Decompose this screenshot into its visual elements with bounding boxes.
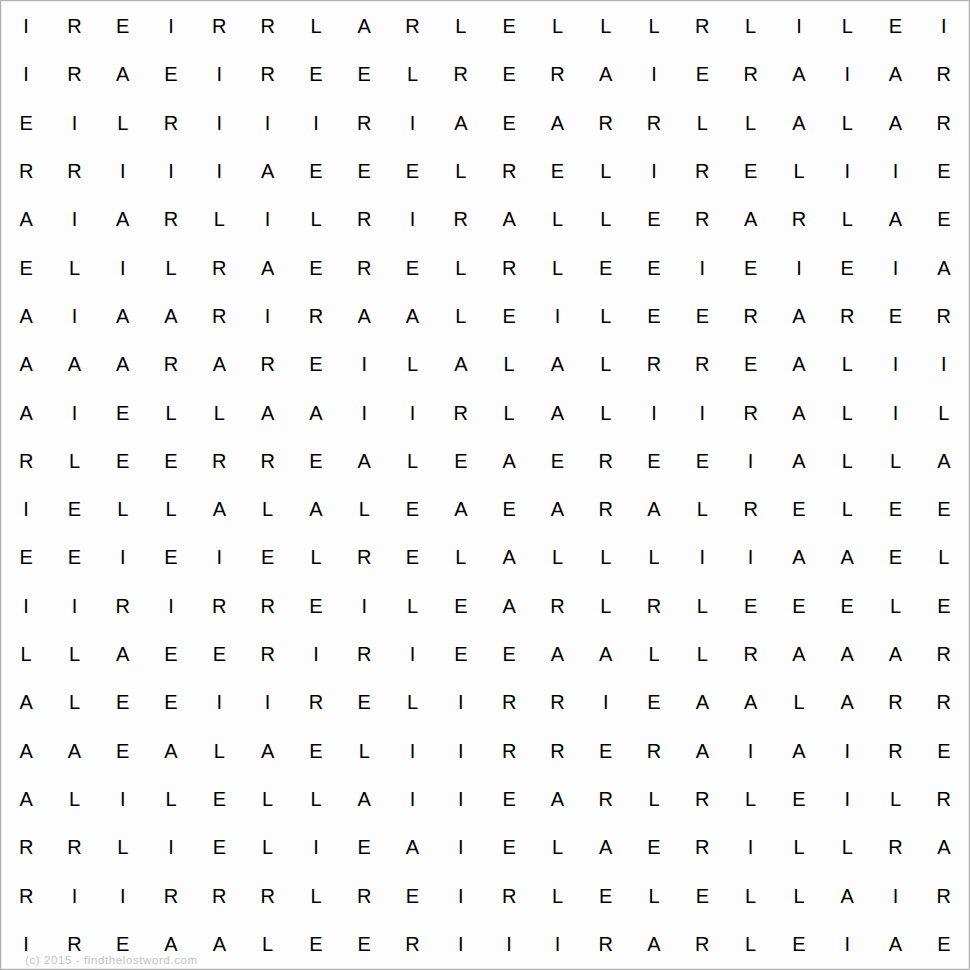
grid-cell[interactable]: I xyxy=(99,147,147,195)
grid-cell[interactable]: I xyxy=(195,147,243,195)
grid-cell[interactable]: R xyxy=(388,920,436,968)
grid-cell[interactable]: R xyxy=(726,292,774,340)
grid-cell[interactable]: E xyxy=(292,920,340,968)
grid-cell[interactable]: L xyxy=(292,775,340,823)
grid-cell[interactable]: R xyxy=(195,582,243,630)
grid-cell[interactable]: L xyxy=(678,99,726,147)
grid-cell[interactable]: R xyxy=(630,582,678,630)
grid-cell[interactable]: L xyxy=(437,2,485,50)
grid-cell[interactable]: A xyxy=(195,485,243,533)
grid-cell[interactable]: R xyxy=(437,388,485,436)
grid-cell[interactable]: I xyxy=(437,823,485,871)
grid-cell[interactable]: A xyxy=(823,871,871,919)
grid-cell[interactable]: L xyxy=(533,871,581,919)
grid-cell[interactable]: L xyxy=(823,340,871,388)
grid-cell[interactable]: L xyxy=(50,630,98,678)
grid-cell[interactable]: E xyxy=(485,50,533,98)
grid-cell[interactable]: L xyxy=(823,2,871,50)
grid-cell[interactable]: I xyxy=(2,582,50,630)
grid-cell[interactable]: R xyxy=(195,292,243,340)
grid-cell[interactable]: E xyxy=(582,726,630,774)
grid-cell[interactable]: E xyxy=(920,726,968,774)
grid-cell[interactable]: R xyxy=(437,50,485,98)
grid-cell[interactable]: E xyxy=(678,50,726,98)
grid-cell[interactable]: R xyxy=(195,871,243,919)
grid-cell[interactable]: L xyxy=(726,920,774,968)
grid-cell[interactable]: E xyxy=(388,485,436,533)
grid-cell[interactable]: E xyxy=(2,533,50,581)
grid-cell[interactable]: E xyxy=(292,582,340,630)
grid-cell[interactable]: L xyxy=(99,823,147,871)
grid-cell[interactable]: E xyxy=(775,582,823,630)
grid-cell[interactable]: A xyxy=(99,292,147,340)
grid-cell[interactable]: A xyxy=(678,726,726,774)
grid-cell[interactable]: E xyxy=(195,630,243,678)
grid-cell[interactable]: L xyxy=(871,775,919,823)
grid-cell[interactable]: I xyxy=(485,920,533,968)
grid-cell[interactable]: R xyxy=(871,726,919,774)
grid-cell[interactable]: R xyxy=(243,582,291,630)
grid-cell[interactable]: I xyxy=(775,2,823,50)
grid-cell[interactable]: E xyxy=(630,292,678,340)
grid-cell[interactable]: I xyxy=(726,726,774,774)
grid-cell[interactable]: L xyxy=(726,871,774,919)
grid-cell[interactable]: I xyxy=(678,243,726,291)
grid-cell[interactable]: R xyxy=(195,2,243,50)
grid-cell[interactable]: I xyxy=(195,99,243,147)
grid-cell[interactable]: I xyxy=(871,871,919,919)
grid-cell[interactable]: I xyxy=(2,920,50,968)
grid-cell[interactable]: A xyxy=(920,437,968,485)
grid-cell[interactable]: R xyxy=(485,871,533,919)
grid-cell[interactable]: E xyxy=(485,485,533,533)
grid-cell[interactable]: I xyxy=(726,823,774,871)
grid-cell[interactable]: L xyxy=(388,50,436,98)
grid-cell[interactable]: E xyxy=(823,582,871,630)
grid-cell[interactable]: R xyxy=(582,920,630,968)
grid-cell[interactable]: L xyxy=(630,871,678,919)
grid-cell[interactable]: E xyxy=(292,340,340,388)
grid-cell[interactable]: A xyxy=(147,292,195,340)
grid-cell[interactable]: R xyxy=(243,2,291,50)
grid-cell[interactable]: I xyxy=(147,2,195,50)
grid-cell[interactable]: E xyxy=(485,99,533,147)
grid-cell[interactable]: L xyxy=(388,582,436,630)
grid-cell[interactable]: L xyxy=(678,582,726,630)
grid-cell[interactable]: R xyxy=(243,340,291,388)
grid-cell[interactable]: E xyxy=(147,50,195,98)
grid-cell[interactable]: E xyxy=(775,920,823,968)
grid-cell[interactable]: R xyxy=(2,823,50,871)
grid-cell[interactable]: R xyxy=(340,243,388,291)
grid-cell[interactable]: I xyxy=(920,2,968,50)
grid-cell[interactable]: E xyxy=(147,437,195,485)
grid-cell[interactable]: E xyxy=(485,2,533,50)
grid-cell[interactable]: R xyxy=(726,50,774,98)
grid-cell[interactable]: I xyxy=(388,630,436,678)
grid-cell[interactable]: R xyxy=(292,678,340,726)
grid-cell[interactable]: A xyxy=(533,99,581,147)
grid-cell[interactable]: A xyxy=(147,920,195,968)
grid-cell[interactable]: R xyxy=(388,2,436,50)
grid-cell[interactable]: R xyxy=(243,630,291,678)
grid-cell[interactable]: R xyxy=(678,195,726,243)
grid-cell[interactable]: E xyxy=(726,582,774,630)
grid-cell[interactable]: L xyxy=(99,99,147,147)
grid-cell[interactable]: R xyxy=(678,823,726,871)
grid-cell[interactable]: L xyxy=(485,388,533,436)
grid-cell[interactable]: I xyxy=(726,533,774,581)
grid-cell[interactable]: A xyxy=(920,823,968,871)
grid-cell[interactable]: E xyxy=(99,920,147,968)
grid-cell[interactable]: I xyxy=(437,871,485,919)
grid-cell[interactable]: E xyxy=(292,50,340,98)
grid-cell[interactable]: R xyxy=(2,437,50,485)
grid-cell[interactable]: L xyxy=(582,582,630,630)
grid-cell[interactable]: R xyxy=(533,726,581,774)
grid-cell[interactable]: E xyxy=(340,920,388,968)
grid-cell[interactable]: A xyxy=(437,99,485,147)
grid-cell[interactable]: E xyxy=(50,533,98,581)
grid-cell[interactable]: R xyxy=(292,292,340,340)
grid-cell[interactable]: L xyxy=(630,2,678,50)
grid-cell[interactable]: I xyxy=(99,871,147,919)
grid-cell[interactable]: E xyxy=(99,437,147,485)
grid-cell[interactable]: A xyxy=(437,485,485,533)
grid-cell[interactable]: R xyxy=(630,340,678,388)
grid-cell[interactable]: I xyxy=(823,50,871,98)
grid-cell[interactable]: L xyxy=(292,2,340,50)
grid-cell[interactable]: I xyxy=(2,50,50,98)
grid-cell[interactable]: L xyxy=(50,775,98,823)
grid-cell[interactable]: L xyxy=(533,823,581,871)
grid-cell[interactable]: A xyxy=(485,582,533,630)
grid-cell[interactable]: E xyxy=(678,437,726,485)
grid-cell[interactable]: A xyxy=(823,678,871,726)
grid-cell[interactable]: E xyxy=(99,388,147,436)
grid-cell[interactable]: E xyxy=(340,50,388,98)
grid-cell[interactable]: L xyxy=(726,2,774,50)
grid-cell[interactable]: E xyxy=(437,630,485,678)
grid-cell[interactable]: A xyxy=(195,920,243,968)
grid-cell[interactable]: L xyxy=(823,195,871,243)
grid-cell[interactable]: A xyxy=(388,292,436,340)
grid-cell[interactable]: A xyxy=(582,823,630,871)
grid-cell[interactable]: R xyxy=(243,437,291,485)
grid-cell[interactable]: E xyxy=(582,871,630,919)
grid-cell[interactable]: A xyxy=(99,630,147,678)
grid-cell[interactable]: R xyxy=(340,871,388,919)
grid-cell[interactable]: R xyxy=(147,99,195,147)
grid-cell[interactable]: R xyxy=(340,99,388,147)
grid-cell[interactable]: A xyxy=(99,195,147,243)
grid-cell[interactable]: L xyxy=(292,871,340,919)
grid-cell[interactable]: I xyxy=(871,147,919,195)
grid-cell[interactable]: A xyxy=(147,726,195,774)
grid-cell[interactable]: A xyxy=(485,195,533,243)
grid-cell[interactable]: L xyxy=(630,533,678,581)
grid-cell[interactable]: E xyxy=(485,292,533,340)
grid-cell[interactable]: E xyxy=(388,243,436,291)
grid-cell[interactable]: I xyxy=(678,533,726,581)
grid-cell[interactable]: E xyxy=(726,340,774,388)
grid-cell[interactable]: L xyxy=(243,920,291,968)
grid-cell[interactable]: L xyxy=(678,485,726,533)
grid-cell[interactable]: I xyxy=(630,147,678,195)
grid-cell[interactable]: A xyxy=(775,533,823,581)
grid-cell[interactable]: R xyxy=(582,437,630,485)
grid-cell[interactable]: L xyxy=(147,388,195,436)
grid-cell[interactable]: R xyxy=(437,195,485,243)
grid-cell[interactable]: I xyxy=(243,195,291,243)
grid-cell[interactable]: L xyxy=(437,533,485,581)
grid-cell[interactable]: E xyxy=(340,678,388,726)
grid-cell[interactable]: L xyxy=(195,726,243,774)
grid-cell[interactable]: A xyxy=(2,292,50,340)
grid-cell[interactable]: A xyxy=(2,340,50,388)
grid-cell[interactable]: A xyxy=(533,485,581,533)
grid-cell[interactable]: I xyxy=(50,195,98,243)
grid-cell[interactable]: E xyxy=(726,147,774,195)
grid-cell[interactable]: R xyxy=(726,485,774,533)
grid-cell[interactable]: I xyxy=(388,195,436,243)
grid-cell[interactable]: R xyxy=(871,823,919,871)
grid-cell[interactable]: L xyxy=(775,678,823,726)
grid-cell[interactable]: I xyxy=(678,388,726,436)
grid-cell[interactable]: L xyxy=(920,533,968,581)
grid-cell[interactable]: A xyxy=(775,292,823,340)
grid-cell[interactable]: A xyxy=(243,726,291,774)
grid-cell[interactable]: I xyxy=(437,678,485,726)
grid-cell[interactable]: R xyxy=(920,678,968,726)
grid-cell[interactable]: R xyxy=(871,678,919,726)
grid-cell[interactable]: E xyxy=(147,630,195,678)
grid-cell[interactable]: I xyxy=(388,775,436,823)
grid-cell[interactable]: A xyxy=(243,147,291,195)
grid-cell[interactable]: E xyxy=(871,533,919,581)
grid-cell[interactable]: R xyxy=(485,147,533,195)
grid-cell[interactable]: E xyxy=(920,920,968,968)
grid-cell[interactable]: L xyxy=(195,388,243,436)
grid-cell[interactable]: L xyxy=(50,678,98,726)
grid-cell[interactable]: L xyxy=(437,147,485,195)
grid-cell[interactable]: E xyxy=(195,823,243,871)
grid-cell[interactable]: L xyxy=(582,2,630,50)
grid-cell[interactable]: L xyxy=(775,147,823,195)
grid-cell[interactable]: R xyxy=(50,50,98,98)
grid-cell[interactable]: A xyxy=(726,678,774,726)
grid-cell[interactable]: I xyxy=(292,99,340,147)
grid-cell[interactable]: E xyxy=(2,99,50,147)
grid-cell[interactable]: A xyxy=(775,726,823,774)
grid-cell[interactable]: I xyxy=(50,582,98,630)
grid-cell[interactable]: L xyxy=(582,388,630,436)
grid-cell[interactable]: A xyxy=(50,340,98,388)
grid-cell[interactable]: R xyxy=(920,630,968,678)
grid-cell[interactable]: L xyxy=(920,388,968,436)
grid-cell[interactable]: I xyxy=(243,678,291,726)
grid-cell[interactable]: E xyxy=(630,437,678,485)
grid-cell[interactable]: L xyxy=(243,775,291,823)
grid-cell[interactable]: A xyxy=(2,726,50,774)
grid-cell[interactable]: I xyxy=(823,147,871,195)
grid-cell[interactable]: R xyxy=(726,630,774,678)
grid-cell[interactable]: E xyxy=(340,147,388,195)
grid-cell[interactable]: L xyxy=(630,775,678,823)
grid-cell[interactable]: A xyxy=(775,50,823,98)
grid-cell[interactable]: E xyxy=(292,726,340,774)
grid-cell[interactable]: R xyxy=(195,243,243,291)
grid-cell[interactable]: I xyxy=(292,630,340,678)
grid-cell[interactable]: E xyxy=(533,147,581,195)
grid-cell[interactable]: L xyxy=(582,292,630,340)
grid-cell[interactable]: I xyxy=(533,920,581,968)
grid-cell[interactable]: R xyxy=(243,50,291,98)
grid-cell[interactable]: E xyxy=(147,678,195,726)
grid-cell[interactable]: I xyxy=(437,775,485,823)
grid-cell[interactable]: A xyxy=(340,437,388,485)
grid-cell[interactable]: A xyxy=(775,630,823,678)
grid-cell[interactable]: I xyxy=(340,340,388,388)
grid-cell[interactable]: R xyxy=(340,630,388,678)
grid-cell[interactable]: A xyxy=(340,775,388,823)
grid-cell[interactable]: R xyxy=(582,775,630,823)
grid-cell[interactable]: A xyxy=(485,533,533,581)
grid-cell[interactable]: R xyxy=(630,726,678,774)
grid-cell[interactable]: E xyxy=(582,243,630,291)
grid-cell[interactable]: L xyxy=(388,340,436,388)
grid-cell[interactable]: A xyxy=(292,388,340,436)
grid-cell[interactable]: L xyxy=(340,726,388,774)
grid-cell[interactable]: E xyxy=(485,630,533,678)
grid-cell[interactable]: A xyxy=(533,340,581,388)
grid-cell[interactable]: A xyxy=(99,340,147,388)
grid-cell[interactable]: L xyxy=(50,437,98,485)
grid-cell[interactable]: L xyxy=(582,533,630,581)
grid-cell[interactable]: I xyxy=(437,920,485,968)
grid-cell[interactable]: R xyxy=(147,871,195,919)
grid-cell[interactable]: E xyxy=(99,678,147,726)
grid-cell[interactable]: A xyxy=(582,630,630,678)
grid-cell[interactable]: E xyxy=(2,243,50,291)
grid-cell[interactable]: E xyxy=(630,823,678,871)
grid-cell[interactable]: A xyxy=(533,630,581,678)
grid-cell[interactable]: E xyxy=(726,243,774,291)
grid-cell[interactable]: E xyxy=(920,195,968,243)
grid-cell[interactable]: R xyxy=(920,50,968,98)
grid-cell[interactable]: A xyxy=(871,195,919,243)
grid-cell[interactable]: L xyxy=(775,823,823,871)
grid-cell[interactable]: A xyxy=(485,437,533,485)
grid-cell[interactable]: L xyxy=(292,533,340,581)
grid-cell[interactable]: A xyxy=(533,388,581,436)
grid-cell[interactable]: E xyxy=(437,582,485,630)
grid-cell[interactable]: L xyxy=(823,388,871,436)
grid-cell[interactable]: E xyxy=(485,823,533,871)
grid-cell[interactable]: E xyxy=(50,485,98,533)
grid-cell[interactable]: I xyxy=(340,388,388,436)
grid-cell[interactable]: I xyxy=(823,920,871,968)
grid-cell[interactable]: I xyxy=(388,388,436,436)
grid-cell[interactable]: L xyxy=(243,823,291,871)
grid-cell[interactable]: R xyxy=(147,195,195,243)
grid-cell[interactable]: I xyxy=(582,678,630,726)
grid-cell[interactable]: A xyxy=(195,340,243,388)
grid-cell[interactable]: E xyxy=(775,485,823,533)
grid-cell[interactable]: L xyxy=(195,195,243,243)
grid-cell[interactable]: E xyxy=(292,437,340,485)
grid-cell[interactable]: L xyxy=(533,243,581,291)
grid-cell[interactable]: A xyxy=(775,388,823,436)
grid-cell[interactable]: L xyxy=(533,2,581,50)
grid-cell[interactable]: A xyxy=(775,99,823,147)
grid-cell[interactable]: A xyxy=(630,485,678,533)
grid-cell[interactable]: E xyxy=(823,243,871,291)
grid-cell[interactable]: I xyxy=(437,726,485,774)
grid-cell[interactable]: I xyxy=(147,582,195,630)
grid-cell[interactable]: E xyxy=(920,582,968,630)
grid-cell[interactable]: I xyxy=(99,243,147,291)
grid-cell[interactable]: L xyxy=(823,823,871,871)
grid-cell[interactable]: E xyxy=(630,243,678,291)
grid-cell[interactable]: R xyxy=(533,582,581,630)
grid-cell[interactable]: R xyxy=(485,726,533,774)
grid-cell[interactable]: L xyxy=(340,485,388,533)
grid-cell[interactable]: L xyxy=(582,340,630,388)
grid-cell[interactable]: E xyxy=(630,678,678,726)
grid-cell[interactable]: E xyxy=(292,243,340,291)
grid-cell[interactable]: A xyxy=(871,99,919,147)
grid-cell[interactable]: I xyxy=(50,388,98,436)
grid-cell[interactable]: A xyxy=(871,630,919,678)
grid-cell[interactable]: A xyxy=(775,340,823,388)
grid-cell[interactable]: L xyxy=(726,775,774,823)
grid-cell[interactable]: E xyxy=(630,195,678,243)
grid-cell[interactable]: R xyxy=(340,533,388,581)
grid-cell[interactable]: A xyxy=(388,823,436,871)
grid-cell[interactable]: I xyxy=(388,726,436,774)
grid-cell[interactable]: E xyxy=(678,871,726,919)
grid-cell[interactable]: R xyxy=(582,99,630,147)
grid-cell[interactable]: L xyxy=(292,195,340,243)
grid-cell[interactable]: R xyxy=(50,823,98,871)
grid-cell[interactable]: E xyxy=(388,871,436,919)
grid-cell[interactable]: R xyxy=(195,437,243,485)
grid-cell[interactable]: I xyxy=(50,292,98,340)
grid-cell[interactable]: I xyxy=(920,340,968,388)
grid-cell[interactable]: E xyxy=(388,533,436,581)
grid-cell[interactable]: I xyxy=(340,582,388,630)
grid-cell[interactable]: L xyxy=(388,437,436,485)
grid-cell[interactable]: R xyxy=(533,678,581,726)
grid-cell[interactable]: I xyxy=(823,775,871,823)
grid-cell[interactable]: E xyxy=(340,823,388,871)
grid-cell[interactable]: I xyxy=(195,678,243,726)
grid-cell[interactable]: E xyxy=(678,292,726,340)
grid-cell[interactable]: L xyxy=(871,437,919,485)
grid-cell[interactable]: E xyxy=(920,485,968,533)
grid-cell[interactable]: I xyxy=(195,50,243,98)
grid-cell[interactable]: R xyxy=(147,340,195,388)
grid-cell[interactable]: L xyxy=(775,871,823,919)
grid-cell[interactable]: R xyxy=(2,871,50,919)
grid-cell[interactable]: R xyxy=(2,147,50,195)
grid-cell[interactable]: L xyxy=(50,243,98,291)
grid-cell[interactable]: R xyxy=(630,99,678,147)
grid-cell[interactable]: L xyxy=(582,195,630,243)
grid-cell[interactable]: L xyxy=(871,582,919,630)
grid-cell[interactable]: A xyxy=(340,2,388,50)
